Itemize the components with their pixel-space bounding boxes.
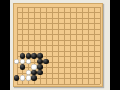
black-stone (43, 59, 49, 65)
black-stone (37, 70, 43, 76)
black-stone (37, 64, 43, 70)
screen (0, 0, 120, 90)
grid-line (100, 7, 101, 84)
black-stone (14, 75, 20, 81)
go-board[interactable] (13, 3, 103, 87)
black-stone (20, 53, 26, 59)
white-stone (14, 59, 20, 65)
white-stone (26, 59, 32, 65)
board-card (10, 0, 110, 90)
black-stone (37, 53, 43, 59)
black-stone (31, 53, 37, 59)
grid-line (94, 7, 95, 84)
white-stone (20, 75, 26, 81)
black-stone (20, 64, 26, 70)
black-stone (26, 53, 32, 59)
grid-line (17, 84, 100, 85)
white-stone (26, 75, 32, 81)
white-stone (31, 64, 37, 70)
black-stone (31, 75, 37, 81)
